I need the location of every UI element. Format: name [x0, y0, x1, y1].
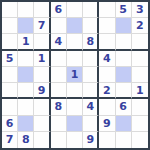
sudoku-cell-r7c8[interactable]: 6 [116, 99, 132, 115]
sudoku-cell-r7c7[interactable] [99, 99, 115, 115]
sudoku-cell-r9c1[interactable]: 7 [2, 132, 18, 148]
sudoku-cell-r6c2[interactable] [18, 83, 34, 99]
sudoku-cell-r3c1[interactable] [2, 34, 18, 50]
sudoku-cell-r8c8[interactable] [116, 116, 132, 132]
sudoku-cell-r6c3[interactable]: 9 [34, 83, 50, 99]
sudoku-cell-r9c3[interactable] [34, 132, 50, 148]
sudoku-cell-r5c4[interactable] [51, 67, 67, 83]
sudoku-cell-r6c4[interactable] [51, 83, 67, 99]
sudoku-cell-r6c8[interactable] [116, 83, 132, 99]
sudoku-cell-r5c2[interactable] [18, 67, 34, 83]
sudoku-cell-r5c8[interactable] [116, 67, 132, 83]
sudoku-cell-r6c9[interactable]: 1 [132, 83, 148, 99]
sudoku-cell-r8c6[interactable] [83, 116, 99, 132]
sudoku-cell-r2c8[interactable] [116, 18, 132, 34]
sudoku-cell-r4c7[interactable]: 4 [99, 51, 115, 67]
sudoku-cell-r5c5[interactable]: 1 [67, 67, 83, 83]
sudoku-cell-r4c3[interactable]: 1 [34, 51, 50, 67]
sudoku-cell-r4c2[interactable] [18, 51, 34, 67]
sudoku-cell-r5c3[interactable] [34, 67, 50, 83]
sudoku-cell-r9c7[interactable] [99, 132, 115, 148]
sudoku-cell-r1c3[interactable] [34, 2, 50, 18]
sudoku-cell-r9c8[interactable] [116, 132, 132, 148]
sudoku-cell-r2c3[interactable]: 7 [34, 18, 50, 34]
sudoku-cell-r2c9[interactable]: 2 [132, 18, 148, 34]
sudoku-cell-r3c3[interactable] [34, 34, 50, 50]
sudoku-cell-r9c9[interactable] [132, 132, 148, 148]
sudoku-cell-r9c5[interactable] [67, 132, 83, 148]
sudoku-cell-r5c6[interactable] [83, 67, 99, 83]
sudoku-cell-r8c4[interactable] [51, 116, 67, 132]
sudoku-cell-r3c4[interactable]: 4 [51, 34, 67, 50]
sudoku-cell-r6c6[interactable] [83, 83, 99, 99]
sudoku-cell-r5c1[interactable] [2, 67, 18, 83]
sudoku-cell-r5c7[interactable] [99, 67, 115, 83]
sudoku-cell-r2c5[interactable] [67, 18, 83, 34]
sudoku-cell-r9c2[interactable]: 8 [18, 132, 34, 148]
sudoku-cell-r2c4[interactable] [51, 18, 67, 34]
sudoku-cell-r2c1[interactable] [2, 18, 18, 34]
sudoku-cell-r1c9[interactable]: 3 [132, 2, 148, 18]
sudoku-cell-r3c2[interactable]: 1 [18, 34, 34, 50]
sudoku-cell-r6c1[interactable] [2, 83, 18, 99]
sudoku-cell-r7c6[interactable]: 4 [83, 99, 99, 115]
sudoku-cell-r8c1[interactable]: 6 [2, 116, 18, 132]
sudoku-cell-r6c5[interactable] [67, 83, 83, 99]
sudoku-cell-r6c7[interactable]: 2 [99, 83, 115, 99]
sudoku-cell-r7c5[interactable] [67, 99, 83, 115]
sudoku-cell-r8c3[interactable] [34, 116, 50, 132]
sudoku-cell-r4c4[interactable] [51, 51, 67, 67]
sudoku-cell-r3c7[interactable] [99, 34, 115, 50]
sudoku-cell-r2c2[interactable] [18, 18, 34, 34]
sudoku-cell-r1c8[interactable]: 5 [116, 2, 132, 18]
sudoku-cell-r1c4[interactable]: 6 [51, 2, 67, 18]
sudoku-cell-r3c9[interactable] [132, 34, 148, 50]
sudoku-cell-r7c4[interactable]: 8 [51, 99, 67, 115]
sudoku-cell-r2c6[interactable] [83, 18, 99, 34]
sudoku-board: 65372148514192184669789 [0, 0, 150, 150]
sudoku-cell-r8c7[interactable]: 9 [99, 116, 115, 132]
sudoku-cell-r4c8[interactable] [116, 51, 132, 67]
sudoku-cell-r9c6[interactable]: 9 [83, 132, 99, 148]
sudoku-cell-r8c5[interactable] [67, 116, 83, 132]
sudoku-cell-r1c7[interactable] [99, 2, 115, 18]
sudoku-cell-r1c2[interactable] [18, 2, 34, 18]
sudoku-cell-r7c9[interactable] [132, 99, 148, 115]
sudoku-cell-r1c6[interactable] [83, 2, 99, 18]
sudoku-cell-r3c5[interactable] [67, 34, 83, 50]
sudoku-cell-r4c5[interactable] [67, 51, 83, 67]
sudoku-cell-r9c4[interactable] [51, 132, 67, 148]
sudoku-cell-r1c1[interactable] [2, 2, 18, 18]
sudoku-cell-r8c2[interactable] [18, 116, 34, 132]
sudoku-cell-r7c1[interactable] [2, 99, 18, 115]
sudoku-cell-r4c1[interactable]: 5 [2, 51, 18, 67]
sudoku-cell-r7c3[interactable] [34, 99, 50, 115]
sudoku-cell-r8c9[interactable] [132, 116, 148, 132]
sudoku-cell-r3c8[interactable] [116, 34, 132, 50]
sudoku-cell-r4c9[interactable] [132, 51, 148, 67]
sudoku-cell-r5c9[interactable] [132, 67, 148, 83]
sudoku-cell-r7c2[interactable] [18, 99, 34, 115]
sudoku-cell-r1c5[interactable] [67, 2, 83, 18]
sudoku-cell-r2c7[interactable] [99, 18, 115, 34]
sudoku-cell-r3c6[interactable]: 8 [83, 34, 99, 50]
sudoku-cell-r4c6[interactable] [83, 51, 99, 67]
